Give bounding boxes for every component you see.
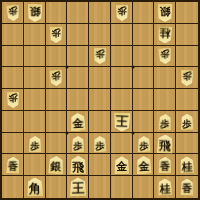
piece-kanji: 歩 (182, 72, 192, 85)
piece-kanji: 桂 (160, 28, 171, 42)
shogi-app: 歩銀歩銀歩桂歩歩歩歩歩王金歩歩歩歩歩歩飛香銀飛金金香桂角王桂香 (0, 0, 200, 200)
piece-kanji: 銀 (29, 6, 40, 20)
cell-1-2[interactable] (176, 24, 198, 46)
cell-1-3[interactable] (176, 46, 198, 68)
piece-kanji: 金 (116, 158, 127, 172)
shogi-board: 歩銀歩銀歩桂歩歩歩歩歩王金歩歩歩歩歩歩飛香銀飛金金香桂角王桂香 (0, 0, 200, 200)
cell-3-5[interactable] (133, 89, 155, 111)
cell-7-5[interactable] (46, 89, 68, 111)
cell-6-3[interactable] (67, 46, 89, 68)
cell-9-2[interactable] (2, 24, 24, 46)
star-point (131, 131, 134, 134)
star-point (66, 66, 69, 69)
piece-kanji: 歩 (182, 116, 192, 129)
cell-1-5[interactable] (176, 89, 198, 111)
cell-3-9[interactable] (133, 176, 155, 198)
cell-7-1[interactable] (46, 2, 68, 24)
cell-8-5[interactable] (24, 89, 46, 111)
piece-kanji: 王 (115, 114, 128, 130)
piece-kanji: 銀 (160, 6, 171, 20)
cell-6-4[interactable] (67, 67, 89, 89)
cell-3-3[interactable] (133, 46, 155, 68)
piece-kanji: 歩 (8, 6, 18, 19)
cell-5-5[interactable] (89, 89, 111, 111)
piece-kanji: 香 (8, 159, 19, 173)
star-point (131, 66, 134, 69)
piece-kanji: 歩 (52, 28, 62, 41)
piece-kanji: 歩 (160, 115, 170, 128)
cell-8-3[interactable] (24, 46, 46, 68)
cell-3-1[interactable] (133, 2, 155, 24)
piece-kanji: 歩 (8, 94, 18, 107)
piece-kanji: 歩 (73, 137, 83, 150)
piece-kanji: 香 (182, 180, 192, 193)
piece-kanji: 桂 (182, 158, 193, 172)
cell-3-4[interactable] (133, 67, 155, 89)
cell-3-2[interactable] (133, 24, 155, 46)
piece-kanji: 歩 (95, 137, 105, 150)
cell-4-7[interactable] (111, 133, 133, 155)
cell-6-5[interactable] (67, 89, 89, 111)
piece-kanji: 歩 (117, 7, 127, 20)
piece-kanji: 王 (72, 179, 85, 195)
piece-kanji: 歩 (30, 137, 40, 150)
cell-8-8[interactable] (24, 154, 46, 176)
piece-kanji: 歩 (51, 72, 61, 85)
piece-kanji: 角 (29, 180, 41, 195)
cell-5-8[interactable] (89, 154, 111, 176)
cell-4-9[interactable] (111, 176, 133, 198)
cell-7-7[interactable] (46, 133, 68, 155)
cell-2-4[interactable] (154, 67, 176, 89)
cell-7-3[interactable] (46, 46, 68, 68)
piece-kanji: 香 (160, 159, 170, 172)
star-point (66, 131, 69, 134)
cell-5-4[interactable] (89, 67, 111, 89)
piece-kanji: 金 (72, 114, 84, 129)
cell-8-6[interactable] (24, 111, 46, 133)
piece-kanji: 飛 (72, 158, 84, 173)
piece-kanji: 歩 (160, 50, 170, 63)
cell-1-1[interactable] (176, 2, 198, 24)
cell-6-1[interactable] (67, 2, 89, 24)
cell-9-6[interactable] (2, 111, 24, 133)
cell-1-7[interactable] (176, 133, 198, 155)
cell-9-9[interactable] (2, 176, 24, 198)
cell-9-3[interactable] (2, 46, 24, 68)
cell-9-7[interactable] (2, 133, 24, 155)
cell-2-5[interactable] (154, 89, 176, 111)
cell-6-2[interactable] (67, 24, 89, 46)
cell-4-5[interactable] (111, 89, 133, 111)
piece-kanji: 桂 (160, 180, 171, 194)
cell-7-9[interactable] (46, 176, 68, 198)
cell-7-6[interactable] (46, 111, 68, 133)
piece-kanji: 銀 (51, 158, 63, 173)
cell-4-3[interactable] (111, 46, 133, 68)
cell-8-4[interactable] (24, 67, 46, 89)
cell-4-4[interactable] (111, 67, 133, 89)
cell-5-9[interactable] (89, 176, 111, 198)
cell-3-6[interactable] (133, 111, 155, 133)
cell-8-2[interactable] (24, 24, 46, 46)
cell-5-2[interactable] (89, 24, 111, 46)
cell-5-6[interactable] (89, 111, 111, 133)
piece-kanji: 歩 (95, 50, 105, 63)
piece-kanji: 金 (138, 158, 150, 173)
cell-4-2[interactable] (111, 24, 133, 46)
piece-kanji: 歩 (139, 137, 149, 150)
cell-9-4[interactable] (2, 67, 24, 89)
piece-kanji: 飛 (159, 136, 172, 151)
cell-5-1[interactable] (89, 2, 111, 24)
